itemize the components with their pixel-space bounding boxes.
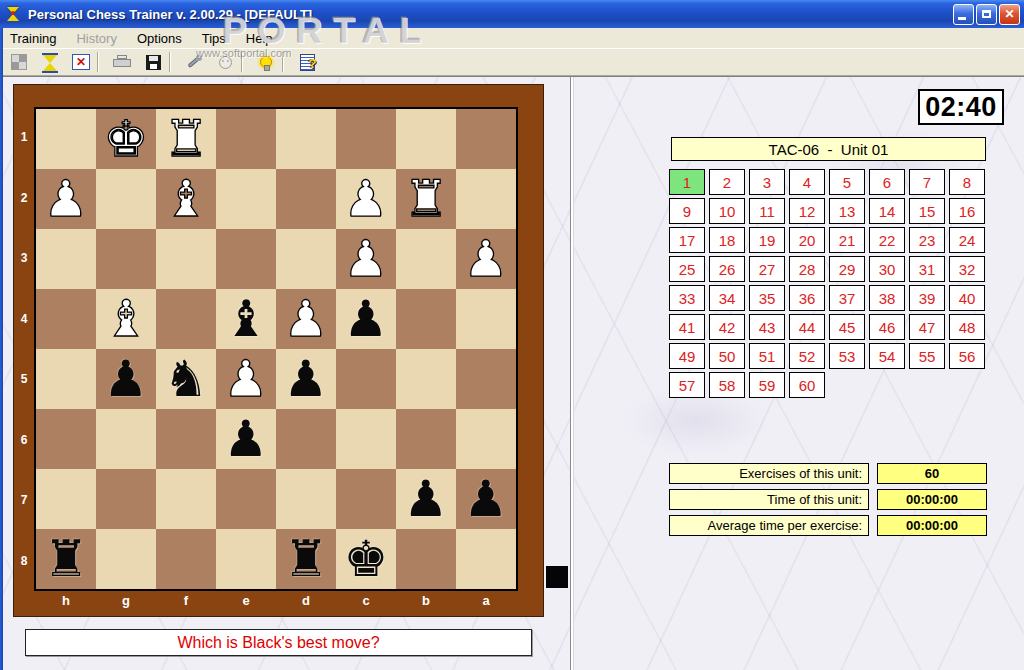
square-e4[interactable]: ♝ — [216, 289, 276, 349]
panel-divider — [570, 77, 574, 670]
exercise-46[interactable]: 46 — [869, 314, 905, 340]
rank-label-6: 6 — [14, 410, 34, 471]
square-c4[interactable]: ♟ — [336, 289, 396, 349]
square-c1[interactable] — [336, 109, 396, 169]
square-h2[interactable]: ♟ — [36, 169, 96, 229]
exercise-36[interactable]: 36 — [789, 285, 825, 311]
exercise-32[interactable]: 32 — [949, 256, 985, 282]
exercise-13[interactable]: 13 — [829, 198, 865, 224]
exercise-40[interactable]: 40 — [949, 285, 985, 311]
notes-icon[interactable]: ? — [295, 51, 319, 73]
exercise-31[interactable]: 31 — [909, 256, 945, 282]
square-g6[interactable] — [96, 409, 156, 469]
toolbar-separator — [282, 52, 284, 72]
square-a1[interactable] — [456, 109, 516, 169]
square-b8[interactable] — [396, 529, 456, 589]
square-g8[interactable] — [96, 529, 156, 589]
exercise-grid: 1234567891011121314151617181920212223242… — [669, 169, 986, 398]
square-d5[interactable]: ♟ — [276, 349, 336, 409]
print-icon[interactable] — [110, 51, 134, 73]
white-pawn[interactable]: ♟ — [464, 231, 509, 287]
square-d1[interactable] — [276, 109, 336, 169]
exercise-24[interactable]: 24 — [949, 227, 985, 253]
black-pawn[interactable]: ♟ — [284, 351, 329, 407]
toolbar-separator — [169, 52, 171, 72]
exercise-58[interactable]: 58 — [709, 372, 745, 398]
square-c2[interactable]: ♟ — [336, 169, 396, 229]
close-icon: ✕ — [1004, 8, 1014, 20]
square-f4[interactable] — [156, 289, 216, 349]
exercise-41[interactable]: 41 — [669, 314, 705, 340]
square-h7[interactable] — [36, 469, 96, 529]
white-pawn[interactable]: ♟ — [344, 171, 389, 227]
square-d8[interactable]: ♜ — [276, 529, 336, 589]
exercise-54[interactable]: 54 — [869, 343, 905, 369]
square-f8[interactable] — [156, 529, 216, 589]
close-button[interactable]: ✕ — [999, 4, 1020, 25]
exercises-value: 60 — [877, 463, 987, 484]
exercise-2[interactable]: 2 — [709, 169, 745, 195]
unit-time-value: 00:00:00 — [877, 489, 987, 510]
exercise-49[interactable]: 49 — [669, 343, 705, 369]
square-e7[interactable] — [216, 469, 276, 529]
rank-label-1: 1 — [14, 107, 34, 168]
square-f7[interactable] — [156, 469, 216, 529]
exercise-16[interactable]: 16 — [949, 198, 985, 224]
square-g3[interactable] — [96, 229, 156, 289]
chess-board-frame: 12345678 ♚♜♟♝♟♜♟♟♝♝♟♟♟♞♟♟♟♟♟♜♜♚ hgfedcba — [14, 85, 543, 616]
square-c6[interactable] — [336, 409, 396, 469]
rank-label-2: 2 — [14, 168, 34, 229]
chess-board[interactable]: ♚♜♟♝♟♜♟♟♝♝♟♟♟♞♟♟♟♟♟♜♜♚ — [34, 107, 518, 591]
rank-label-3: 3 — [14, 228, 34, 289]
square-a6[interactable] — [456, 409, 516, 469]
exercise-7[interactable]: 7 — [909, 169, 945, 195]
exercise-53[interactable]: 53 — [829, 343, 865, 369]
window-left-border — [0, 28, 3, 670]
square-b4[interactable] — [396, 289, 456, 349]
square-f5[interactable]: ♞ — [156, 349, 216, 409]
square-b6[interactable] — [396, 409, 456, 469]
exercise-10[interactable]: 10 — [709, 198, 745, 224]
square-g1[interactable]: ♚ — [96, 109, 156, 169]
avg-time-label: Average time per exercise: — [669, 515, 869, 536]
exercise-30[interactable]: 30 — [869, 256, 905, 282]
exercise-23[interactable]: 23 — [909, 227, 945, 253]
square-f1[interactable]: ♜ — [156, 109, 216, 169]
unit-title: TAC-06 - Unit 01 — [671, 137, 986, 161]
stat-row-exercises: Exercises of this unit: 60 — [669, 463, 987, 484]
square-e3[interactable] — [216, 229, 276, 289]
black-knight[interactable]: ♞ — [164, 351, 209, 407]
exercise-55[interactable]: 55 — [909, 343, 945, 369]
square-h8[interactable]: ♜ — [36, 529, 96, 589]
menu-item-options[interactable]: Options — [127, 30, 192, 47]
hourglass-icon[interactable] — [38, 51, 62, 73]
square-f3[interactable] — [156, 229, 216, 289]
square-a7[interactable]: ♟ — [456, 469, 516, 529]
question-text: Which is Black's best move? — [177, 634, 379, 652]
square-d2[interactable] — [276, 169, 336, 229]
black-pawn[interactable]: ♟ — [224, 411, 269, 467]
unit-time-label: Time of this unit: — [669, 489, 869, 510]
exercise-44[interactable]: 44 — [789, 314, 825, 340]
exercise-18[interactable]: 18 — [709, 227, 745, 253]
square-c5[interactable] — [336, 349, 396, 409]
exercise-45[interactable]: 45 — [829, 314, 865, 340]
avg-time-value: 00:00:00 — [877, 515, 987, 536]
square-a3[interactable]: ♟ — [456, 229, 516, 289]
exercise-22[interactable]: 22 — [869, 227, 905, 253]
exercise-25[interactable]: 25 — [669, 256, 705, 282]
exercise-33[interactable]: 33 — [669, 285, 705, 311]
exercise-17[interactable]: 17 — [669, 227, 705, 253]
app-window: Personal Chess Trainer v. 2.00.29 - [DEF… — [0, 0, 1024, 670]
black-rook[interactable]: ♜ — [44, 531, 89, 587]
exercise-57[interactable]: 57 — [669, 372, 705, 398]
exercise-35[interactable]: 35 — [749, 285, 785, 311]
square-a4[interactable] — [456, 289, 516, 349]
square-a8[interactable] — [456, 529, 516, 589]
square-h4[interactable] — [36, 289, 96, 349]
square-d7[interactable] — [276, 469, 336, 529]
file-label-c: c — [336, 593, 396, 608]
file-label-b: b — [396, 593, 456, 608]
square-c3[interactable]: ♟ — [336, 229, 396, 289]
exercise-34[interactable]: 34 — [709, 285, 745, 311]
maximize-icon — [982, 10, 991, 18]
exercise-60[interactable]: 60 — [789, 372, 825, 398]
square-c7[interactable] — [336, 469, 396, 529]
menu-item-tips[interactable]: Tips — [192, 30, 236, 47]
square-e1[interactable] — [216, 109, 276, 169]
file-label-a: a — [456, 593, 516, 608]
square-b7[interactable]: ♟ — [396, 469, 456, 529]
square-h6[interactable] — [36, 409, 96, 469]
white-pawn[interactable]: ♟ — [44, 171, 89, 227]
square-f6[interactable] — [156, 409, 216, 469]
exercise-26[interactable]: 26 — [709, 256, 745, 282]
menu-bar: TrainingHistoryOptionsTipsHelp — [0, 28, 1024, 48]
square-b1[interactable] — [396, 109, 456, 169]
user-icon[interactable] — [213, 51, 237, 73]
minimize-icon — [958, 17, 966, 20]
square-f2[interactable]: ♝ — [156, 169, 216, 229]
black-pawn[interactable]: ♟ — [404, 471, 449, 527]
exercise-52[interactable]: 52 — [789, 343, 825, 369]
menu-item-help[interactable]: Help — [236, 30, 283, 47]
square-c8[interactable]: ♚ — [336, 529, 396, 589]
white-rook[interactable]: ♜ — [164, 111, 209, 167]
white-pawn[interactable]: ♟ — [284, 291, 329, 347]
exercise-20[interactable]: 20 — [789, 227, 825, 253]
exercise-37[interactable]: 37 — [829, 285, 865, 311]
exercise-27[interactable]: 27 — [749, 256, 785, 282]
black-bishop[interactable]: ♝ — [224, 291, 269, 347]
square-b5[interactable] — [396, 349, 456, 409]
exercise-43[interactable]: 43 — [749, 314, 785, 340]
exercise-21[interactable]: 21 — [829, 227, 865, 253]
exercise-12[interactable]: 12 — [789, 198, 825, 224]
exercise-29[interactable]: 29 — [829, 256, 865, 282]
stat-row-avg-time: Average time per exercise: 00:00:00 — [669, 515, 987, 536]
file-label-d: d — [276, 593, 336, 608]
black-rook[interactable]: ♜ — [284, 531, 329, 587]
exercise-1[interactable]: 1 — [669, 169, 705, 195]
white-rook[interactable]: ♜ — [404, 171, 449, 227]
white-king[interactable]: ♚ — [104, 111, 149, 167]
square-h1[interactable] — [36, 109, 96, 169]
square-h5[interactable] — [36, 349, 96, 409]
window-title: Personal Chess Trainer v. 2.00.29 - [DEF… — [28, 7, 953, 22]
menu-item-history: History — [66, 30, 126, 47]
rank-label-5: 5 — [14, 349, 34, 410]
square-e8[interactable] — [216, 529, 276, 589]
exercise-15[interactable]: 15 — [909, 198, 945, 224]
side-to-move-indicator — [546, 566, 568, 588]
square-g5[interactable]: ♟ — [96, 349, 156, 409]
black-king[interactable]: ♚ — [344, 531, 389, 587]
exercise-28[interactable]: 28 — [789, 256, 825, 282]
toolbar-separator — [241, 52, 243, 72]
square-g4[interactable]: ♝ — [96, 289, 156, 349]
square-b2[interactable]: ♜ — [396, 169, 456, 229]
black-pawn[interactable]: ♟ — [104, 351, 149, 407]
square-g7[interactable] — [96, 469, 156, 529]
close-exercise-icon[interactable]: ✕ — [69, 51, 93, 73]
white-bishop[interactable]: ♝ — [164, 171, 209, 227]
exercise-50[interactable]: 50 — [709, 343, 745, 369]
exercise-38[interactable]: 38 — [869, 285, 905, 311]
square-b3[interactable] — [396, 229, 456, 289]
toolbar: ✕ ? — [0, 48, 1024, 76]
stat-row-unit-time: Time of this unit: 00:00:00 — [669, 489, 987, 510]
black-pawn[interactable]: ♟ — [344, 291, 389, 347]
square-e5[interactable]: ♟ — [216, 349, 276, 409]
exercise-6[interactable]: 6 — [869, 169, 905, 195]
rank-label-4: 4 — [14, 289, 34, 350]
chessboard-icon[interactable] — [7, 51, 31, 73]
menu-item-training[interactable]: Training — [0, 30, 66, 47]
rank-label-8: 8 — [14, 531, 34, 592]
save-icon[interactable] — [141, 51, 165, 73]
maximize-button[interactable] — [976, 4, 997, 25]
square-d4[interactable]: ♟ — [276, 289, 336, 349]
exercise-8[interactable]: 8 — [949, 169, 985, 195]
square-a2[interactable] — [456, 169, 516, 229]
exercise-5[interactable]: 5 — [829, 169, 865, 195]
minimize-button[interactable] — [953, 4, 974, 25]
square-g2[interactable] — [96, 169, 156, 229]
main-area: 12345678 ♚♜♟♝♟♜♟♟♝♝♟♟♟♞♟♟♟♟♟♜♜♚ hgfedcba… — [0, 76, 1024, 670]
square-d6[interactable] — [276, 409, 336, 469]
exercise-42[interactable]: 42 — [709, 314, 745, 340]
toolbar-separator — [97, 52, 99, 72]
exercise-4[interactable]: 4 — [789, 169, 825, 195]
hint-icon[interactable] — [254, 51, 278, 73]
exercise-9[interactable]: 9 — [669, 198, 705, 224]
file-label-g: g — [96, 593, 156, 608]
exercises-label: Exercises of this unit: — [669, 463, 869, 484]
exercise-56[interactable]: 56 — [949, 343, 985, 369]
white-pawn[interactable]: ♟ — [224, 351, 269, 407]
question-bar: Which is Black's best move? — [25, 629, 532, 656]
white-bishop[interactable]: ♝ — [104, 291, 149, 347]
exercise-timer: 02:40 — [918, 89, 1004, 125]
tools-icon[interactable] — [182, 51, 206, 73]
exercise-11[interactable]: 11 — [749, 198, 785, 224]
file-label-h: h — [36, 593, 96, 608]
title-bar: Personal Chess Trainer v. 2.00.29 - [DEF… — [0, 0, 1024, 28]
rank-labels: 12345678 — [14, 107, 34, 591]
file-labels: hgfedcba — [36, 593, 516, 608]
square-e2[interactable] — [216, 169, 276, 229]
white-pawn[interactable]: ♟ — [344, 231, 389, 287]
exercise-14[interactable]: 14 — [869, 198, 905, 224]
file-label-e: e — [216, 593, 276, 608]
exercise-48[interactable]: 48 — [949, 314, 985, 340]
exercise-47[interactable]: 47 — [909, 314, 945, 340]
exercise-51[interactable]: 51 — [749, 343, 785, 369]
file-label-f: f — [156, 593, 216, 608]
square-e6[interactable]: ♟ — [216, 409, 276, 469]
exercise-39[interactable]: 39 — [909, 285, 945, 311]
exercise-19[interactable]: 19 — [749, 227, 785, 253]
rank-label-7: 7 — [14, 470, 34, 531]
app-icon — [5, 6, 21, 22]
exercise-3[interactable]: 3 — [749, 169, 785, 195]
black-pawn[interactable]: ♟ — [464, 471, 509, 527]
square-h3[interactable] — [36, 229, 96, 289]
exercise-59[interactable]: 59 — [749, 372, 785, 398]
square-a5[interactable] — [456, 349, 516, 409]
square-d3[interactable] — [276, 229, 336, 289]
